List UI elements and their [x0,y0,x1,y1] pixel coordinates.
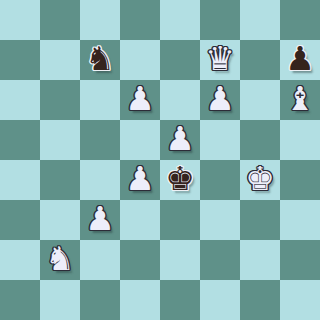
square-a8[interactable] [0,0,40,40]
square-c5[interactable] [80,120,120,160]
square-b7[interactable] [40,40,80,80]
piece-white-pawn[interactable]: ♟ [205,79,235,119]
square-g5[interactable] [240,120,280,160]
square-e7[interactable] [160,40,200,80]
square-e2[interactable] [160,240,200,280]
square-b3[interactable] [40,200,80,240]
square-d3[interactable] [120,200,160,240]
square-g1[interactable] [240,280,280,320]
square-h7[interactable]: ♟ [280,40,320,80]
square-g2[interactable] [240,240,280,280]
square-g4[interactable]: ♚ [240,160,280,200]
square-d7[interactable] [120,40,160,80]
piece-white-pawn[interactable]: ♟ [165,119,195,159]
piece-white-pawn[interactable]: ♟ [85,199,115,239]
square-a7[interactable] [0,40,40,80]
piece-white-bishop[interactable]: ♝ [285,79,315,119]
square-f4[interactable] [200,160,240,200]
square-d2[interactable] [120,240,160,280]
square-h1[interactable] [280,280,320,320]
square-a2[interactable] [0,240,40,280]
square-b6[interactable] [40,80,80,120]
piece-white-pawn[interactable]: ♟ [125,79,155,119]
square-e5[interactable]: ♟ [160,120,200,160]
square-d8[interactable] [120,0,160,40]
square-b8[interactable] [40,0,80,40]
square-c8[interactable] [80,0,120,40]
piece-black-king[interactable]: ♚ [165,159,195,199]
square-h6[interactable]: ♝ [280,80,320,120]
square-e1[interactable] [160,280,200,320]
square-d1[interactable] [120,280,160,320]
square-b1[interactable] [40,280,80,320]
square-f6[interactable]: ♟ [200,80,240,120]
square-c1[interactable] [80,280,120,320]
piece-black-knight[interactable]: ♞ [85,39,115,79]
piece-white-queen[interactable]: ♛ [205,39,235,79]
square-f7[interactable]: ♛ [200,40,240,80]
square-b4[interactable] [40,160,80,200]
square-e4[interactable]: ♚ [160,160,200,200]
piece-black-pawn[interactable]: ♟ [285,39,315,79]
square-f8[interactable] [200,0,240,40]
square-h8[interactable] [280,0,320,40]
square-g7[interactable] [240,40,280,80]
square-c7[interactable]: ♞ [80,40,120,80]
square-h3[interactable] [280,200,320,240]
square-d6[interactable]: ♟ [120,80,160,120]
square-c6[interactable] [80,80,120,120]
square-a4[interactable] [0,160,40,200]
square-f1[interactable] [200,280,240,320]
square-a5[interactable] [0,120,40,160]
square-e3[interactable] [160,200,200,240]
square-d5[interactable] [120,120,160,160]
square-b5[interactable] [40,120,80,160]
square-h4[interactable] [280,160,320,200]
square-c2[interactable] [80,240,120,280]
chess-board: ♞♛♟♟♟♝♟♟♚♚♟♞ [0,0,320,320]
square-g6[interactable] [240,80,280,120]
square-g8[interactable] [240,0,280,40]
square-c3[interactable]: ♟ [80,200,120,240]
square-a3[interactable] [0,200,40,240]
piece-white-knight[interactable]: ♞ [45,239,75,279]
square-h2[interactable] [280,240,320,280]
square-a6[interactable] [0,80,40,120]
square-d4[interactable]: ♟ [120,160,160,200]
square-a1[interactable] [0,280,40,320]
square-f5[interactable] [200,120,240,160]
square-c4[interactable] [80,160,120,200]
square-e8[interactable] [160,0,200,40]
square-g3[interactable] [240,200,280,240]
square-h5[interactable] [280,120,320,160]
square-f2[interactable] [200,240,240,280]
square-e6[interactable] [160,80,200,120]
piece-white-pawn[interactable]: ♟ [125,159,155,199]
square-f3[interactable] [200,200,240,240]
piece-white-king[interactable]: ♚ [245,159,275,199]
square-b2[interactable]: ♞ [40,240,80,280]
